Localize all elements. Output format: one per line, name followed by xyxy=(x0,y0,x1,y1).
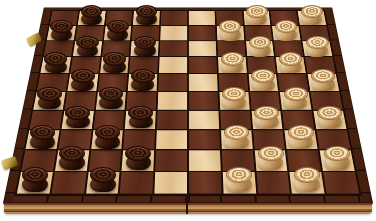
piece-top-rings xyxy=(288,125,314,140)
light-checker-piece[interactable] xyxy=(275,20,297,40)
light-checker-piece[interactable] xyxy=(251,69,275,91)
product-photo-checkers-set xyxy=(0,0,376,221)
piece-top-rings xyxy=(134,36,157,49)
dark-checker-piece[interactable] xyxy=(37,87,61,109)
light-checker-piece[interactable] xyxy=(288,125,314,149)
piece-top-rings xyxy=(246,5,268,18)
dark-checker-piece[interactable] xyxy=(128,106,153,129)
piece-top-rings xyxy=(128,106,153,121)
light-checker-piece[interactable] xyxy=(324,146,350,170)
dark-checker-piece[interactable] xyxy=(22,167,49,192)
piece-top-rings xyxy=(306,36,329,49)
light-checker-piece[interactable] xyxy=(258,146,284,170)
piece-top-rings xyxy=(249,36,272,49)
dark-checker-piece[interactable] xyxy=(136,5,158,25)
dark-checker-piece[interactable] xyxy=(30,125,56,149)
pieces-layer xyxy=(0,0,376,221)
dark-checker-piece[interactable] xyxy=(107,20,129,40)
piece-top-rings xyxy=(324,146,350,161)
dark-checker-piece[interactable] xyxy=(50,20,72,40)
dark-checker-piece[interactable] xyxy=(59,146,85,170)
light-checker-piece[interactable] xyxy=(279,52,302,73)
piece-top-rings xyxy=(44,52,67,66)
light-checker-piece[interactable] xyxy=(306,36,329,57)
piece-top-rings xyxy=(251,69,275,83)
piece-top-rings xyxy=(50,20,72,33)
light-checker-piece[interactable] xyxy=(254,106,279,129)
piece-top-rings xyxy=(301,5,323,18)
light-checker-piece[interactable] xyxy=(311,69,335,91)
dark-checker-piece[interactable] xyxy=(76,36,99,57)
light-checker-piece[interactable] xyxy=(246,5,268,25)
dark-checker-piece[interactable] xyxy=(125,146,151,170)
piece-top-rings xyxy=(107,20,129,33)
light-checker-piece[interactable] xyxy=(317,106,342,129)
dark-checker-piece[interactable] xyxy=(103,52,126,73)
piece-top-rings xyxy=(284,87,308,101)
dark-checker-piece[interactable] xyxy=(90,167,117,192)
piece-top-rings xyxy=(95,125,121,140)
piece-top-rings xyxy=(221,52,244,66)
piece-top-rings xyxy=(103,52,126,66)
light-checker-piece[interactable] xyxy=(222,87,246,109)
piece-top-rings xyxy=(131,69,155,83)
light-checker-piece[interactable] xyxy=(294,167,321,192)
light-checker-piece[interactable] xyxy=(221,52,244,73)
piece-top-rings xyxy=(65,106,90,121)
dark-checker-piece[interactable] xyxy=(95,125,121,149)
light-checker-piece[interactable] xyxy=(219,20,241,40)
dark-checker-piece[interactable] xyxy=(99,87,123,109)
light-checker-piece[interactable] xyxy=(224,125,250,149)
piece-top-rings xyxy=(71,69,95,83)
dark-checker-piece[interactable] xyxy=(131,69,155,91)
piece-top-rings xyxy=(311,69,335,83)
dark-checker-piece[interactable] xyxy=(71,69,95,91)
dark-checker-piece[interactable] xyxy=(134,36,157,57)
piece-top-rings xyxy=(37,87,61,101)
piece-top-rings xyxy=(76,36,99,49)
piece-top-rings xyxy=(279,52,302,66)
dark-checker-piece[interactable] xyxy=(65,106,90,129)
light-checker-piece[interactable] xyxy=(301,5,323,25)
dark-checker-piece[interactable] xyxy=(81,5,103,25)
dark-checker-piece[interactable] xyxy=(44,52,67,73)
piece-top-rings xyxy=(258,146,284,161)
light-checker-piece[interactable] xyxy=(284,87,308,109)
light-checker-piece[interactable] xyxy=(226,167,253,192)
light-checker-piece[interactable] xyxy=(249,36,272,57)
piece-top-rings xyxy=(59,146,85,161)
